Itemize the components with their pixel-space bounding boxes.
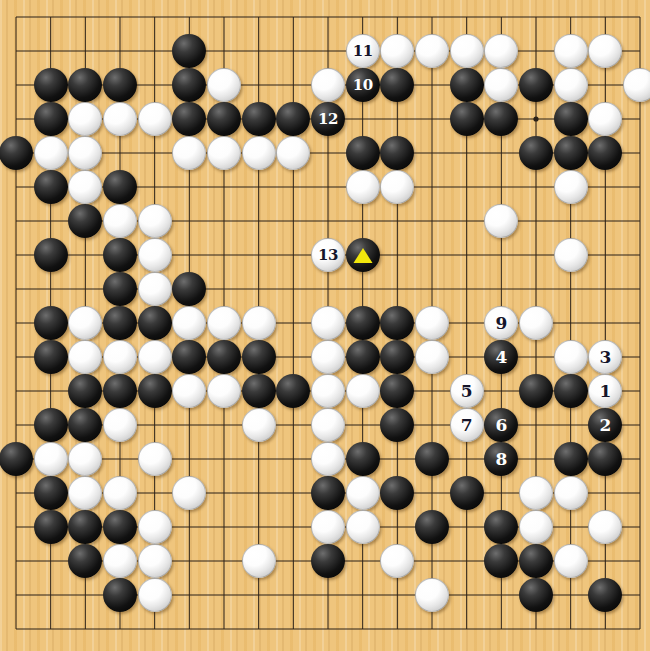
white-stone[interactable] xyxy=(138,544,172,578)
black-stone[interactable] xyxy=(34,102,68,136)
white-stone[interactable] xyxy=(311,510,345,544)
black-stone[interactable] xyxy=(346,340,380,374)
white-stone[interactable] xyxy=(554,68,588,102)
white-stone[interactable]: 5 xyxy=(450,374,484,408)
white-stone[interactable] xyxy=(346,170,380,204)
white-stone[interactable] xyxy=(103,340,137,374)
black-stone[interactable] xyxy=(242,102,276,136)
black-stone[interactable] xyxy=(519,374,553,408)
move-number-label: 12 xyxy=(318,112,338,127)
black-stone[interactable] xyxy=(346,306,380,340)
black-stone[interactable] xyxy=(346,238,380,272)
black-stone[interactable] xyxy=(554,136,588,170)
white-stone[interactable] xyxy=(34,442,68,476)
black-stone[interactable] xyxy=(103,68,137,102)
black-stone[interactable] xyxy=(450,102,484,136)
black-stone[interactable] xyxy=(415,510,449,544)
white-stone[interactable] xyxy=(242,136,276,170)
black-stone[interactable] xyxy=(519,544,553,578)
move-number-label: 11 xyxy=(353,44,373,59)
white-stone[interactable] xyxy=(103,544,137,578)
move-number-label: 3 xyxy=(599,349,611,366)
black-stone[interactable] xyxy=(346,136,380,170)
white-stone[interactable] xyxy=(242,544,276,578)
white-stone[interactable] xyxy=(519,510,553,544)
white-stone[interactable] xyxy=(311,306,345,340)
black-stone[interactable] xyxy=(138,306,172,340)
white-stone[interactable] xyxy=(415,578,449,612)
white-stone[interactable] xyxy=(554,476,588,510)
black-stone[interactable] xyxy=(554,442,588,476)
move-number-label: 1 xyxy=(599,383,611,400)
black-stone[interactable] xyxy=(103,272,137,306)
white-stone[interactable] xyxy=(554,34,588,68)
black-stone[interactable] xyxy=(103,170,137,204)
white-stone[interactable] xyxy=(311,68,345,102)
white-stone[interactable] xyxy=(207,136,241,170)
white-stone[interactable] xyxy=(138,238,172,272)
black-stone[interactable]: 12 xyxy=(311,102,345,136)
white-stone[interactable] xyxy=(103,102,137,136)
white-stone[interactable] xyxy=(519,306,553,340)
black-stone[interactable] xyxy=(207,340,241,374)
move-number-label: 6 xyxy=(495,417,507,434)
white-stone[interactable] xyxy=(138,204,172,238)
black-stone[interactable] xyxy=(34,340,68,374)
black-stone[interactable] xyxy=(242,340,276,374)
black-stone[interactable]: 10 xyxy=(346,68,380,102)
move-number-label: 2 xyxy=(599,417,611,434)
black-stone[interactable] xyxy=(103,306,137,340)
black-stone[interactable] xyxy=(554,102,588,136)
black-stone[interactable] xyxy=(103,510,137,544)
move-number-label: 10 xyxy=(353,78,373,93)
black-stone[interactable] xyxy=(0,136,33,170)
star-point xyxy=(533,116,538,121)
white-stone[interactable] xyxy=(138,578,172,612)
black-stone[interactable] xyxy=(34,170,68,204)
white-stone[interactable] xyxy=(242,408,276,442)
white-stone[interactable] xyxy=(207,374,241,408)
white-stone[interactable] xyxy=(415,306,449,340)
black-stone[interactable] xyxy=(103,578,137,612)
triangle-marker xyxy=(352,246,374,265)
black-stone[interactable] xyxy=(519,68,553,102)
black-stone[interactable] xyxy=(311,476,345,510)
white-stone[interactable] xyxy=(103,476,137,510)
black-stone[interactable] xyxy=(415,442,449,476)
black-stone[interactable] xyxy=(311,544,345,578)
white-stone[interactable]: 13 xyxy=(311,238,345,272)
white-stone[interactable] xyxy=(311,340,345,374)
black-stone[interactable] xyxy=(242,374,276,408)
black-stone[interactable] xyxy=(34,68,68,102)
white-stone[interactable] xyxy=(103,408,137,442)
black-stone[interactable] xyxy=(34,476,68,510)
black-stone[interactable] xyxy=(519,578,553,612)
white-stone[interactable] xyxy=(242,306,276,340)
white-stone[interactable] xyxy=(554,340,588,374)
white-stone[interactable] xyxy=(346,374,380,408)
white-stone[interactable] xyxy=(554,238,588,272)
black-stone[interactable] xyxy=(450,68,484,102)
black-stone[interactable] xyxy=(103,374,137,408)
white-stone[interactable] xyxy=(311,408,345,442)
black-stone[interactable] xyxy=(207,102,241,136)
white-stone[interactable] xyxy=(311,374,345,408)
white-stone[interactable] xyxy=(138,340,172,374)
white-stone[interactable] xyxy=(450,34,484,68)
black-stone[interactable] xyxy=(554,374,588,408)
move-number-label: 13 xyxy=(318,248,338,263)
white-stone[interactable] xyxy=(415,340,449,374)
move-number-label: 5 xyxy=(461,383,473,400)
black-stone[interactable] xyxy=(34,238,68,272)
white-stone[interactable] xyxy=(138,510,172,544)
white-stone[interactable] xyxy=(346,476,380,510)
white-stone[interactable] xyxy=(346,510,380,544)
white-stone[interactable]: 11 xyxy=(346,34,380,68)
white-stone[interactable] xyxy=(554,170,588,204)
black-stone[interactable] xyxy=(34,306,68,340)
white-stone[interactable] xyxy=(138,102,172,136)
black-stone[interactable] xyxy=(0,442,33,476)
move-number-label: 9 xyxy=(495,315,507,332)
black-stone[interactable] xyxy=(103,238,137,272)
white-stone[interactable] xyxy=(207,306,241,340)
black-stone[interactable] xyxy=(34,408,68,442)
white-stone[interactable]: 7 xyxy=(450,408,484,442)
white-stone[interactable] xyxy=(207,68,241,102)
black-stone[interactable] xyxy=(34,510,68,544)
white-stone[interactable] xyxy=(103,204,137,238)
white-stone[interactable] xyxy=(311,442,345,476)
white-stone[interactable] xyxy=(554,544,588,578)
black-stone[interactable] xyxy=(138,374,172,408)
black-stone[interactable] xyxy=(346,442,380,476)
black-stone[interactable] xyxy=(519,136,553,170)
white-stone[interactable] xyxy=(415,34,449,68)
white-stone[interactable] xyxy=(138,442,172,476)
white-stone[interactable] xyxy=(34,136,68,170)
go-diagram: 11101213943517628 xyxy=(0,0,650,651)
white-stone[interactable] xyxy=(138,272,172,306)
move-number-label: 8 xyxy=(495,451,507,468)
white-stone[interactable] xyxy=(623,68,650,102)
black-stone[interactable] xyxy=(450,476,484,510)
white-stone[interactable] xyxy=(519,476,553,510)
move-number-label: 4 xyxy=(495,349,507,366)
move-number-label: 7 xyxy=(461,417,473,434)
